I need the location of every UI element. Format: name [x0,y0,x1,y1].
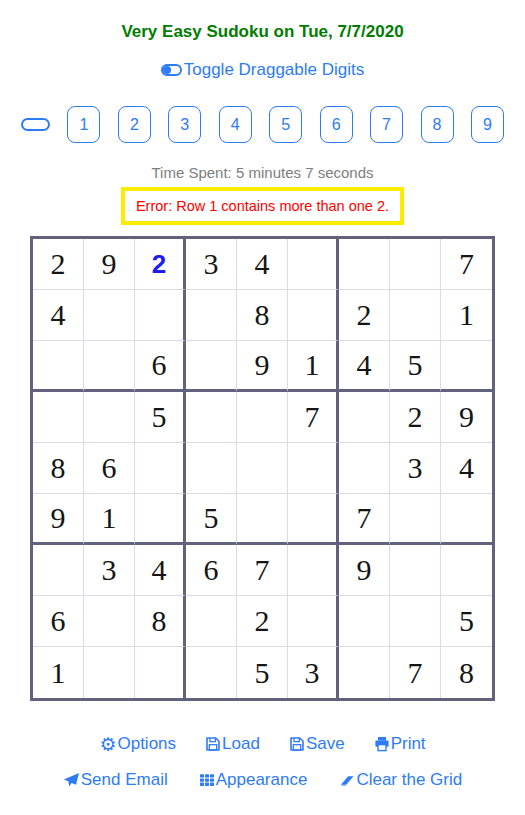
sudoku-cell-r4c6: 7 [288,392,339,443]
blank-digit-button[interactable] [21,118,50,131]
toggle-label: Toggle Draggable Digits [184,60,365,80]
sudoku-cell-r2c1: 4 [33,290,84,341]
footer-links-row-1: ⚙ Options Load Save [0,734,525,754]
sudoku-cell-r4c2[interactable] [84,392,135,443]
sudoku-cell-r1c2: 9 [84,239,135,290]
toggle-row: Toggle Draggable Digits [0,60,525,80]
sudoku-cell-r5c3[interactable] [135,443,186,494]
sudoku-cell-r3c2[interactable] [84,341,135,392]
sudoku-cell-r2c9: 1 [441,290,492,341]
sudoku-cell-r5c6[interactable] [288,443,339,494]
error-message: Error: Row 1 contains more than one 2. [121,187,404,225]
digit-button-7[interactable]: 7 [370,106,403,143]
sudoku-cell-r1c1: 2 [33,239,84,290]
sudoku-cell-r1c6[interactable] [288,239,339,290]
sudoku-cell-r8c8[interactable] [390,596,441,647]
sudoku-cell-r7c7: 9 [339,545,390,596]
send-email-link[interactable]: Send Email [63,770,168,790]
digit-button-4[interactable]: 4 [219,106,252,143]
send-email-label: Send Email [81,770,168,790]
digit-button-9[interactable]: 9 [471,106,504,143]
sudoku-cell-r9c4[interactable] [186,647,237,698]
digit-button-1[interactable]: 1 [67,106,100,143]
sudoku-cell-r4c3: 5 [135,392,186,443]
sudoku-cell-r5c4[interactable] [186,443,237,494]
sudoku-cell-r9c7[interactable] [339,647,390,698]
sudoku-cell-r9c3[interactable] [135,647,186,698]
sudoku-cell-r3c7: 4 [339,341,390,392]
sudoku-cell-r9c9: 8 [441,647,492,698]
sudoku-cell-r8c6[interactable] [288,596,339,647]
error-row: Error: Row 1 contains more than one 2. [0,187,525,225]
sudoku-cell-r7c5: 7 [237,545,288,596]
sudoku-cell-r1c4: 3 [186,239,237,290]
gear-icon: ⚙ [99,736,116,752]
digit-button-2[interactable]: 2 [118,106,151,143]
sudoku-cell-r2c5: 8 [237,290,288,341]
sudoku-cell-r9c2[interactable] [84,647,135,698]
time-spent-text: Time Spent: 5 minutes 7 seconds [0,164,525,181]
paper-plane-icon [63,772,80,788]
sudoku-cell-r6c2: 1 [84,494,135,545]
sudoku-cell-r7c2: 3 [84,545,135,596]
sudoku-cell-r7c3: 4 [135,545,186,596]
sudoku-cell-r8c3: 8 [135,596,186,647]
digit-button-8[interactable]: 8 [421,106,454,143]
sudoku-cell-r6c1: 9 [33,494,84,545]
sudoku-cell-r2c4[interactable] [186,290,237,341]
sudoku-cell-r5c9: 4 [441,443,492,494]
sudoku-cell-r8c4[interactable] [186,596,237,647]
sudoku-cell-r6c4: 5 [186,494,237,545]
sudoku-cell-r6c9[interactable] [441,494,492,545]
sudoku-cell-r9c6: 3 [288,647,339,698]
page-title: Very Easy Sudoku on Tue, 7/7/2020 [0,22,525,42]
sudoku-cell-r1c3[interactable]: 2 [135,239,186,290]
print-label: Print [391,734,426,754]
printer-icon [374,736,390,752]
options-label: Options [117,734,176,754]
sudoku-cell-r2c3[interactable] [135,290,186,341]
sudoku-cell-r7c4: 6 [186,545,237,596]
appearance-label: Appearance [216,770,308,790]
sudoku-cell-r4c8: 2 [390,392,441,443]
clear-grid-link[interactable]: Clear the Grid [338,770,462,790]
sudoku-cell-r6c6[interactable] [288,494,339,545]
sudoku-cell-r7c8[interactable] [390,545,441,596]
sudoku-cell-r6c8[interactable] [390,494,441,545]
sudoku-cell-r8c7[interactable] [339,596,390,647]
sudoku-cell-r5c5[interactable] [237,443,288,494]
sudoku-cell-r3c4[interactable] [186,341,237,392]
draggable-digit-tray: 1 2 3 4 5 6 7 8 9 [21,106,504,143]
sudoku-cell-r8c5: 2 [237,596,288,647]
sudoku-cell-r8c1: 6 [33,596,84,647]
appearance-link[interactable]: Appearance [199,770,308,790]
sudoku-cell-r6c7: 7 [339,494,390,545]
sudoku-cell-r9c8: 7 [390,647,441,698]
sudoku-cell-r3c9[interactable] [441,341,492,392]
sudoku-cell-r4c4[interactable] [186,392,237,443]
sudoku-cell-r3c1[interactable] [33,341,84,392]
sudoku-cell-r1c5: 4 [237,239,288,290]
sudoku-cell-r3c5: 9 [237,341,288,392]
floppy-icon [289,736,305,752]
sudoku-cell-r3c3: 6 [135,341,186,392]
sudoku-cell-r3c8: 5 [390,341,441,392]
print-link[interactable]: Print [374,734,426,754]
toggle-draggable-digits-link[interactable]: Toggle Draggable Digits [161,60,365,80]
sudoku-cell-r5c1: 8 [33,443,84,494]
sudoku-cell-r1c9: 7 [441,239,492,290]
sudoku-cell-r4c7[interactable] [339,392,390,443]
sudoku-cell-r2c8[interactable] [390,290,441,341]
sudoku-cell-r2c7: 2 [339,290,390,341]
sudoku-cell-r2c6[interactable] [288,290,339,341]
toggle-on-icon [161,64,182,76]
sudoku-cell-r8c2[interactable] [84,596,135,647]
sudoku-cell-r6c5[interactable] [237,494,288,545]
sudoku-cell-r8c9: 5 [441,596,492,647]
digit-button-3[interactable]: 3 [168,106,201,143]
eraser-icon [338,772,355,788]
footer-links-row-2: Send Email Appearance Clear the G [0,770,525,790]
load-label: Load [222,734,260,754]
sudoku-cell-r2c2[interactable] [84,290,135,341]
load-link[interactable]: Load [205,734,260,754]
options-link[interactable]: ⚙ Options [99,734,176,754]
sudoku-cell-r7c6[interactable] [288,545,339,596]
sudoku-cell-r5c8: 3 [390,443,441,494]
sudoku-cell-r5c7[interactable] [339,443,390,494]
save-link[interactable]: Save [289,734,345,754]
floppy-icon [205,736,221,752]
sudoku-cell-r4c5[interactable] [237,392,288,443]
grid-icon [199,772,215,788]
sudoku-board: 2923474821691455729863491573467968251537… [30,236,495,701]
sudoku-cell-r6c3[interactable] [135,494,186,545]
sudoku-cell-r9c1: 1 [33,647,84,698]
save-label: Save [306,734,345,754]
sudoku-cell-r3c6: 1 [288,341,339,392]
clear-grid-label: Clear the Grid [356,770,462,790]
sudoku-cell-r4c1[interactable] [33,392,84,443]
sudoku-cell-r4c9: 9 [441,392,492,443]
sudoku-cell-r9c5: 5 [237,647,288,698]
sudoku-cell-r7c1[interactable] [33,545,84,596]
digit-button-5[interactable]: 5 [269,106,302,143]
sudoku-cell-r5c2: 6 [84,443,135,494]
sudoku-cell-r1c7[interactable] [339,239,390,290]
sudoku-cell-r7c9[interactable] [441,545,492,596]
sudoku-cell-r1c8[interactable] [390,239,441,290]
digit-button-6[interactable]: 6 [320,106,353,143]
